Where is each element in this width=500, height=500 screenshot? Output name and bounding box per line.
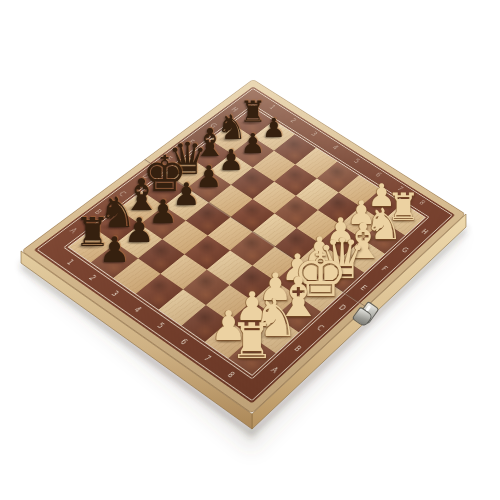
chess-set-photo: 11HH22GG33FF44EE55DD66CC77BB88AA ♜♞♝♛♚♝♞… xyxy=(0,0,500,500)
piece-black-pawn-a7[interactable]: ♟ xyxy=(262,115,286,141)
piece-white-rook-h1[interactable]: ♜ xyxy=(230,316,274,365)
piece-black-pawn-h7[interactable]: ♟ xyxy=(99,232,131,267)
piece-black-pawn-b7[interactable]: ♟ xyxy=(240,130,265,158)
